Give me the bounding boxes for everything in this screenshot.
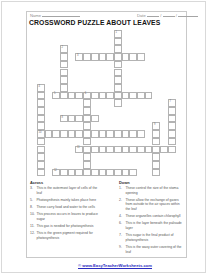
down-clue-list: 1.These control the size of the stoma op…	[119, 186, 184, 257]
crossword-cell-r3-c8[interactable]	[91, 53, 99, 61]
crossword-cell-r8-c15[interactable]	[145, 92, 153, 100]
crossword-cell-r13-c11[interactable]	[114, 130, 122, 138]
date-label: Date	[137, 13, 146, 18]
clue-down-2: 2.These allow the exchange of gases from…	[119, 198, 184, 212]
clue-number: 8	[62, 116, 63, 119]
crossword-cell-r11-c8[interactable]	[91, 115, 99, 123]
clue-number: 11	[77, 146, 80, 149]
crossword-cell-r8-c9[interactable]	[99, 92, 107, 100]
crossword-cell-r11-c7[interactable]	[83, 115, 91, 123]
clue-across-5: 5.Photosynthesis mainly takes place here	[30, 198, 108, 203]
clue-across-12: 12.This is the green pigment required fo…	[30, 231, 108, 240]
crossword-cell-r15-c8[interactable]	[91, 146, 99, 154]
crossword-cell-r15-c12[interactable]	[122, 146, 130, 154]
clue-text: This sugar is the final product of photo…	[126, 233, 183, 242]
crossword-cell-r13-c4[interactable]	[60, 130, 68, 138]
crossword-cell-r5-c4[interactable]	[60, 69, 68, 77]
crossword-cell-r8-c14[interactable]	[137, 92, 145, 100]
footer-site-link[interactable]: © www.EasyTeacherWorksheets.com	[78, 263, 152, 268]
crossword-cell-r8-c11[interactable]	[114, 92, 122, 100]
crossword-cell-r13-c14[interactable]	[137, 130, 145, 138]
crossword-cell-r8-c7[interactable]: 6	[83, 92, 91, 100]
crossword-cell-r15-c18[interactable]	[168, 146, 176, 154]
crossword-cell-r8-c3[interactable]: 5	[52, 92, 60, 100]
crossword-cell-r18-c4[interactable]	[60, 169, 68, 177]
crossword-cell-r12-c1[interactable]	[37, 122, 45, 130]
crossword-cell-r8-c13[interactable]	[129, 92, 137, 100]
crossword-cell-r18-c3[interactable]: 12	[52, 169, 60, 177]
crossword-cell-r3-c4[interactable]	[60, 53, 68, 61]
crossword-cell-r5-c11[interactable]	[114, 69, 122, 77]
crossword-cell-r8-c8[interactable]	[91, 92, 99, 100]
crossword-cell-r13-c12[interactable]	[122, 130, 130, 138]
crossword-cell-r8-c10[interactable]	[106, 92, 114, 100]
crossword-cell-r15-c11[interactable]	[114, 146, 122, 154]
clue-across-10: 10.This process occurs in leaves to prod…	[30, 212, 108, 221]
clue-text: These control the size of the stoma open…	[126, 186, 183, 195]
date-field-month[interactable]	[147, 13, 159, 17]
crossword-cell-r18-c10[interactable]	[106, 169, 114, 177]
crossword-cell-r15-c6[interactable]: 11	[75, 146, 83, 154]
date-slash-1: /	[160, 13, 161, 18]
crossword-cell-r3-c6[interactable]: 3	[75, 53, 83, 61]
crossword-cell-r8-c6[interactable]	[75, 92, 83, 100]
crossword-cell-r15-c7[interactable]	[83, 146, 91, 154]
crossword-cell-r8-c4[interactable]	[60, 92, 68, 100]
clue-text: This process occurs in leaves to produce…	[37, 212, 103, 221]
crossword-cell-r15-c16[interactable]	[152, 146, 160, 154]
crossword-cell-r9-c18[interactable]: 7	[168, 99, 176, 107]
clue-number: 6	[85, 92, 86, 95]
crossword-cell-r13-c5[interactable]	[68, 130, 76, 138]
clue-number: 2	[62, 46, 63, 49]
date-part: Date / /	[137, 13, 198, 18]
crossword-cell-r16-c16[interactable]	[152, 153, 160, 161]
crossword-grid: 356810111212479	[29, 30, 176, 177]
crossword-cell-r13-c16[interactable]	[152, 130, 160, 138]
crossword-cell-r13-c3[interactable]	[52, 130, 60, 138]
crossword-cell-r15-c1[interactable]	[37, 146, 45, 154]
crossword-cell-r18-c9[interactable]	[99, 169, 107, 177]
date-field-day[interactable]	[163, 13, 175, 17]
crossword-cell-r3-c9[interactable]	[99, 53, 107, 61]
crossword-cell-r14-c16[interactable]	[152, 138, 160, 146]
crossword-cell-r11-c1[interactable]	[37, 115, 45, 123]
crossword-cell-r15-c9[interactable]	[99, 146, 107, 154]
crossword-cell-r9-c1[interactable]	[37, 99, 45, 107]
clue-down-1: 1.These control the size of the stoma op…	[119, 186, 184, 195]
crossword-cell-r14-c1[interactable]	[37, 138, 45, 146]
crossword-cell-r6-c4[interactable]	[60, 76, 68, 84]
crossword-cell-r13-c1[interactable]: 10	[37, 130, 45, 138]
crossword-cell-r4-c11[interactable]	[114, 61, 122, 69]
crossword-cell-r12-c16[interactable]: 9	[152, 122, 160, 130]
crossword-cell-r16-c1[interactable]	[37, 153, 45, 161]
crossword-cell-r13-c8[interactable]	[91, 130, 99, 138]
crossword-cell-r18-c16[interactable]	[152, 169, 160, 177]
crossword-cell-r8-c1[interactable]	[37, 92, 45, 100]
clue-down-7: 7.This sugar is the final product of pho…	[119, 233, 184, 242]
crossword-cell-r15-c15[interactable]	[145, 146, 153, 154]
crossword-cell-r12-c7[interactable]	[83, 122, 91, 130]
page-title: CROSSWORD PUZZLE ABOUT LEAVES	[29, 19, 160, 26]
crossword-cell-r15-c10[interactable]	[106, 146, 114, 154]
clue-text: This is the outermost layer of cells of …	[37, 186, 103, 195]
crossword-cell-r13-c13[interactable]	[129, 130, 137, 138]
clue-number: 10	[38, 131, 41, 134]
clue-number: 12	[54, 169, 57, 172]
crossword-cell-r7-c4[interactable]	[60, 84, 68, 92]
clue-text: This is the layer beneath the palisade l…	[126, 221, 183, 230]
crossword-cell-r11-c18[interactable]	[168, 115, 176, 123]
crossword-cell-r11-c6[interactable]	[75, 115, 83, 123]
crossword-cell-r10-c18[interactable]	[168, 107, 176, 115]
crossword-cell-r11-c4[interactable]: 8	[60, 115, 68, 123]
crossword-cell-r14-c7[interactable]	[83, 138, 91, 146]
crossword-cell-r17-c1[interactable]	[37, 161, 45, 169]
crossword-cell-r18-c1[interactable]	[37, 169, 45, 177]
clue-down-6: 6.This is the layer beneath the palisade…	[119, 221, 184, 230]
date-slash-2: /	[176, 13, 177, 18]
date-field-year[interactable]	[178, 13, 198, 17]
clue-number: 7	[169, 100, 170, 103]
clue-number: 5	[54, 92, 55, 95]
crossword-cell-r0-c11[interactable]: 1	[114, 30, 122, 38]
crossword-cell-r15-c13[interactable]	[129, 146, 137, 154]
name-field[interactable]	[42, 13, 80, 17]
crossword-cell-r13-c6[interactable]	[75, 130, 83, 138]
crossword-cell-r7-c1[interactable]: 4	[37, 84, 45, 92]
crossword-cell-r18-c13[interactable]	[129, 169, 137, 177]
crossword-cell-r13-c9[interactable]	[99, 130, 107, 138]
crossword-cell-r18-c7[interactable]	[83, 169, 91, 177]
clue-text: This gas is needed for photosynthesis	[37, 224, 103, 229]
crossword-cell-r3-c13[interactable]	[129, 53, 137, 61]
clue-number: 9	[154, 123, 155, 126]
clue-number: 3	[77, 54, 78, 57]
crossword-cell-r3-c12[interactable]	[122, 53, 130, 61]
crossword-cell-r18-c12[interactable]	[122, 169, 130, 177]
crossword-cell-r17-c7[interactable]	[83, 161, 91, 169]
crossword-cell-r13-c7[interactable]	[83, 130, 91, 138]
crossword-cell-r12-c18[interactable]	[168, 122, 176, 130]
crossword-cell-r18-c8[interactable]	[91, 169, 99, 177]
crossword-cell-r14-c18[interactable]	[168, 138, 176, 146]
clue-text: These allow the exchange of gases from o…	[126, 198, 183, 212]
down-header: Down	[119, 180, 130, 185]
crossword-cell-r9-c7[interactable]	[83, 99, 91, 107]
across-clue-list: 3.This is the outermost layer of cells o…	[30, 186, 108, 243]
clue-text: This is the green pigment required for p…	[37, 231, 103, 240]
crossword-cell-r16-c7[interactable]	[83, 153, 91, 161]
crossword-cell-r10-c7[interactable]	[83, 107, 91, 115]
crossword-cell-r3-c11[interactable]	[114, 53, 122, 61]
crossword-cell-r17-c16[interactable]	[152, 161, 160, 169]
clue-number: 4	[38, 85, 39, 88]
crossword-cell-r3-c7[interactable]	[83, 53, 91, 61]
name-label: Name	[30, 13, 41, 18]
clue-text: Photosynthesis mainly takes place here	[37, 198, 103, 203]
crossword-cell-r9-c11[interactable]	[114, 99, 122, 107]
crossword-cell-r2-c4[interactable]: 2	[60, 45, 68, 53]
crossword-cell-r7-c11[interactable]	[114, 84, 122, 92]
crossword-cell-r11-c5[interactable]	[68, 115, 76, 123]
across-header: Across	[30, 180, 43, 185]
crossword-cell-r8-c5[interactable]	[68, 92, 76, 100]
crossword-cell-r8-c12[interactable]	[122, 92, 130, 100]
clue-text: These carry food and water to the cells	[37, 205, 103, 210]
crossword-cell-r18-c5[interactable]	[68, 169, 76, 177]
crossword-cell-r4-c4[interactable]	[60, 61, 68, 69]
crossword-cell-r13-c2[interactable]	[45, 130, 53, 138]
clue-across-3: 3.This is the outermost layer of cells o…	[30, 186, 108, 195]
clue-down-4: 4.These organelles contain chlorophyll	[119, 214, 184, 219]
clue-text: This is the waxy outer covering of the l…	[126, 245, 183, 254]
crossword-cell-r1-c11[interactable]	[114, 38, 122, 46]
crossword-cell-r6-c11[interactable]	[114, 76, 122, 84]
name-date-line: Name Date / /	[30, 13, 180, 18]
crossword-cell-r18-c6[interactable]	[75, 169, 83, 177]
crossword-cell-r3-c10[interactable]	[106, 53, 114, 61]
clue-number: 1	[115, 31, 116, 34]
clue-across-11: 11.This gas is needed for photosynthesis	[30, 224, 108, 229]
crossword-cell-r3-c14[interactable]	[137, 53, 145, 61]
clue-across-8: 8.These carry food and water to the cell…	[30, 205, 108, 210]
clue-text: These organelles contain chlorophyll	[126, 214, 183, 219]
crossword-cell-r13-c10[interactable]	[106, 130, 114, 138]
crossword-cell-r2-c11[interactable]	[114, 45, 122, 53]
crossword-cell-r13-c18[interactable]	[168, 130, 176, 138]
crossword-cell-r10-c1[interactable]	[37, 107, 45, 115]
crossword-cell-r15-c14[interactable]	[137, 146, 145, 154]
crossword-cell-r18-c11[interactable]	[114, 169, 122, 177]
crossword-cell-r15-c17[interactable]	[160, 146, 168, 154]
clue-down-9: 9.This is the waxy outer covering of the…	[119, 245, 184, 254]
